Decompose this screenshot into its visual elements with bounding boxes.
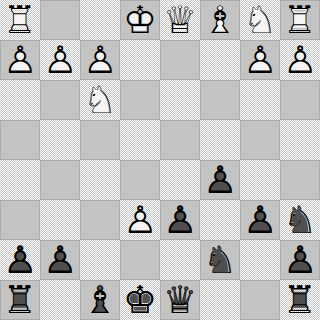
square-b3[interactable] xyxy=(240,80,280,120)
black-knight-outline: ♘ xyxy=(200,240,240,280)
square-h7[interactable]: ♟♙ xyxy=(0,240,40,280)
black-bishop[interactable]: ♝♗ xyxy=(80,280,120,320)
black-pawn[interactable]: ♟♙ xyxy=(280,240,320,280)
black-knight[interactable]: ♞♘ xyxy=(200,240,240,280)
black-knight-outline: ♘ xyxy=(280,200,320,240)
square-e5[interactable] xyxy=(120,160,160,200)
square-g7[interactable]: ♟♙ xyxy=(40,240,80,280)
black-pawn[interactable]: ♟♙ xyxy=(40,240,80,280)
white-knight-outline: ♘ xyxy=(80,80,120,120)
square-a2[interactable]: ♟♙ xyxy=(280,40,320,80)
square-f8[interactable]: ♝♗ xyxy=(80,280,120,320)
black-pawn[interactable]: ♟♙ xyxy=(240,200,280,240)
square-d5[interactable] xyxy=(160,160,200,200)
white-king-outline: ♔ xyxy=(120,0,160,40)
square-d1[interactable]: ♛♕ xyxy=(160,0,200,40)
square-d7[interactable] xyxy=(160,240,200,280)
black-queen[interactable]: ♛♕ xyxy=(160,280,200,320)
square-g4[interactable] xyxy=(40,120,80,160)
square-f4[interactable] xyxy=(80,120,120,160)
square-e6[interactable]: ♟♙ xyxy=(120,200,160,240)
square-h4[interactable] xyxy=(0,120,40,160)
white-rook[interactable]: ♜♖ xyxy=(280,0,320,40)
square-c4[interactable] xyxy=(200,120,240,160)
square-a7[interactable]: ♟♙ xyxy=(280,240,320,280)
square-h6[interactable] xyxy=(0,200,40,240)
square-e3[interactable] xyxy=(120,80,160,120)
black-rook-outline: ♖ xyxy=(0,280,40,320)
square-g1[interactable] xyxy=(40,0,80,40)
white-pawn[interactable]: ♟♙ xyxy=(80,40,120,80)
square-f1[interactable] xyxy=(80,0,120,40)
white-pawn-outline: ♙ xyxy=(280,40,320,80)
black-bishop-outline: ♗ xyxy=(80,280,120,320)
square-f7[interactable] xyxy=(80,240,120,280)
square-e2[interactable] xyxy=(120,40,160,80)
square-g8[interactable] xyxy=(40,280,80,320)
square-f2[interactable]: ♟♙ xyxy=(80,40,120,80)
square-f3[interactable]: ♞♘ xyxy=(80,80,120,120)
square-h3[interactable] xyxy=(0,80,40,120)
square-f5[interactable] xyxy=(80,160,120,200)
white-rook[interactable]: ♜♖ xyxy=(0,0,40,40)
white-pawn[interactable]: ♟♙ xyxy=(280,40,320,80)
square-b5[interactable] xyxy=(240,160,280,200)
black-pawn[interactable]: ♟♙ xyxy=(0,240,40,280)
square-f6[interactable] xyxy=(80,200,120,240)
square-c5[interactable]: ♟♙ xyxy=(200,160,240,200)
black-pawn-outline: ♙ xyxy=(0,240,40,280)
white-pawn-outline: ♙ xyxy=(120,200,160,240)
square-e1[interactable]: ♚♔ xyxy=(120,0,160,40)
square-c6[interactable] xyxy=(200,200,240,240)
white-pawn[interactable]: ♟♙ xyxy=(120,200,160,240)
white-pawn-outline: ♙ xyxy=(40,40,80,80)
square-e8[interactable]: ♚♔ xyxy=(120,280,160,320)
chess-board: ♜♖♚♔♛♕♝♗♞♘♜♖♟♙♟♙♟♙♟♙♟♙♞♘♟♙♟♙♟♙♟♙♞♘♟♙♟♙♞♘… xyxy=(0,0,320,320)
white-pawn-outline: ♙ xyxy=(240,40,280,80)
square-a5[interactable] xyxy=(280,160,320,200)
square-b2[interactable]: ♟♙ xyxy=(240,40,280,80)
square-a8[interactable]: ♜♖ xyxy=(280,280,320,320)
square-d8[interactable]: ♛♕ xyxy=(160,280,200,320)
square-c8[interactable] xyxy=(200,280,240,320)
square-a6[interactable]: ♞♘ xyxy=(280,200,320,240)
square-h8[interactable]: ♜♖ xyxy=(0,280,40,320)
square-d6[interactable]: ♟♙ xyxy=(160,200,200,240)
square-b6[interactable]: ♟♙ xyxy=(240,200,280,240)
square-g5[interactable] xyxy=(40,160,80,200)
square-c2[interactable] xyxy=(200,40,240,80)
black-pawn[interactable]: ♟♙ xyxy=(200,160,240,200)
black-pawn-outline: ♙ xyxy=(240,200,280,240)
square-b8[interactable] xyxy=(240,280,280,320)
black-pawn-outline: ♙ xyxy=(160,200,200,240)
square-e4[interactable] xyxy=(120,120,160,160)
white-rook-outline: ♖ xyxy=(280,0,320,40)
square-h5[interactable] xyxy=(0,160,40,200)
square-b1[interactable]: ♞♘ xyxy=(240,0,280,40)
white-queen-outline: ♕ xyxy=(160,0,200,40)
square-c1[interactable]: ♝♗ xyxy=(200,0,240,40)
white-knight[interactable]: ♞♘ xyxy=(80,80,120,120)
white-queen[interactable]: ♛♕ xyxy=(160,0,200,40)
white-knight[interactable]: ♞♘ xyxy=(240,0,280,40)
black-rook-outline: ♖ xyxy=(280,280,320,320)
square-g3[interactable] xyxy=(40,80,80,120)
square-d2[interactable] xyxy=(160,40,200,80)
black-pawn-outline: ♙ xyxy=(200,160,240,200)
square-c3[interactable] xyxy=(200,80,240,120)
square-d4[interactable] xyxy=(160,120,200,160)
square-a4[interactable] xyxy=(280,120,320,160)
white-bishop[interactable]: ♝♗ xyxy=(200,0,240,40)
square-g6[interactable] xyxy=(40,200,80,240)
white-pawn[interactable]: ♟♙ xyxy=(240,40,280,80)
black-rook[interactable]: ♜♖ xyxy=(280,280,320,320)
square-b7[interactable] xyxy=(240,240,280,280)
square-a3[interactable] xyxy=(280,80,320,120)
white-pawn-outline: ♙ xyxy=(0,40,40,80)
white-pawn[interactable]: ♟♙ xyxy=(0,40,40,80)
square-h1[interactable]: ♜♖ xyxy=(0,0,40,40)
square-b4[interactable] xyxy=(240,120,280,160)
black-king[interactable]: ♚♔ xyxy=(120,280,160,320)
black-knight[interactable]: ♞♘ xyxy=(280,200,320,240)
square-d3[interactable] xyxy=(160,80,200,120)
square-h2[interactable]: ♟♙ xyxy=(0,40,40,80)
white-pawn[interactable]: ♟♙ xyxy=(40,40,80,80)
square-c7[interactable]: ♞♘ xyxy=(200,240,240,280)
black-king-outline: ♔ xyxy=(120,280,160,320)
black-pawn[interactable]: ♟♙ xyxy=(160,200,200,240)
black-rook[interactable]: ♜♖ xyxy=(0,280,40,320)
black-queen-outline: ♕ xyxy=(160,280,200,320)
square-g2[interactable]: ♟♙ xyxy=(40,40,80,80)
square-e7[interactable] xyxy=(120,240,160,280)
black-pawn-outline: ♙ xyxy=(40,240,80,280)
white-bishop-outline: ♗ xyxy=(200,0,240,40)
black-pawn-outline: ♙ xyxy=(280,240,320,280)
white-knight-outline: ♘ xyxy=(240,0,280,40)
white-pawn-outline: ♙ xyxy=(80,40,120,80)
white-king[interactable]: ♚♔ xyxy=(120,0,160,40)
square-a1[interactable]: ♜♖ xyxy=(280,0,320,40)
white-rook-outline: ♖ xyxy=(0,0,40,40)
